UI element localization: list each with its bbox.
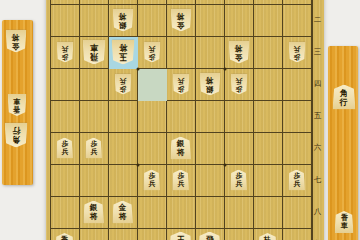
square-4b[interactable] bbox=[196, 5, 225, 37]
star-point bbox=[137, 68, 140, 71]
piece-kanji: 金 bbox=[12, 41, 20, 50]
rank-labels: 一二三四五六七八九 bbox=[312, 0, 323, 240]
piece-gote-gold-5b[interactable]: 金将 bbox=[170, 9, 191, 32]
rank-label-5: 五 bbox=[312, 112, 323, 120]
square-8e[interactable] bbox=[80, 101, 109, 133]
piece-kanji: 玉 bbox=[118, 52, 126, 61]
rank-label-4: 四 bbox=[312, 80, 323, 88]
piece-kanji: 車 bbox=[89, 43, 97, 52]
square-9e[interactable] bbox=[51, 101, 80, 133]
piece-kanji: 兵 bbox=[119, 77, 126, 85]
square-4h[interactable] bbox=[196, 197, 225, 229]
square-7f[interactable] bbox=[109, 133, 138, 165]
piece-kanji: 将 bbox=[177, 148, 185, 157]
square-2e[interactable] bbox=[254, 101, 283, 133]
piece-kanji: 兵 bbox=[293, 180, 300, 188]
piece-kanji: 玉 bbox=[176, 235, 184, 240]
square-7i[interactable] bbox=[109, 229, 138, 240]
piece-kanji: 将 bbox=[12, 33, 20, 42]
piece-kanji: 将 bbox=[119, 212, 127, 221]
piece-kanji: 将 bbox=[177, 12, 185, 21]
piece-kanji: 香 bbox=[13, 105, 20, 113]
piece-gote-pawn-3d[interactable]: 歩兵 bbox=[230, 74, 247, 95]
piece-kanji: 歩 bbox=[148, 52, 155, 60]
piece-kanji: 兵 bbox=[61, 148, 68, 156]
piece-kanji: 兵 bbox=[90, 148, 97, 156]
piece-gote-pawn-6c[interactable]: 歩兵 bbox=[143, 42, 160, 63]
square-2h[interactable] bbox=[254, 197, 283, 229]
square-1h[interactable] bbox=[283, 197, 312, 229]
square-3i[interactable] bbox=[225, 229, 254, 240]
piece-kanji: 行 bbox=[12, 126, 20, 135]
piece-sente-silver-5f[interactable]: 銀将 bbox=[170, 137, 191, 160]
shogi-app: 一二三四五六七八九 桂馬香車銀将金将歩兵飛車玉将歩兵金将歩兵歩兵歩兵銀将歩兵歩兵… bbox=[0, 0, 360, 240]
star-point bbox=[224, 164, 227, 167]
square-4g[interactable] bbox=[196, 165, 225, 197]
sente-captured-stand bbox=[328, 46, 358, 240]
piece-gote-pawn-9c[interactable]: 歩兵 bbox=[56, 42, 73, 63]
piece-kanji: 銀 bbox=[206, 84, 214, 93]
piece-kanji: 兵 bbox=[235, 77, 242, 85]
square-8b[interactable] bbox=[80, 5, 109, 37]
piece-sente-gold-7h[interactable]: 金将 bbox=[112, 201, 133, 224]
piece-kanji: 車 bbox=[340, 222, 347, 230]
square-8i[interactable] bbox=[80, 229, 109, 240]
square-3e[interactable] bbox=[225, 101, 254, 133]
piece-sente-pawn-1g[interactable]: 歩兵 bbox=[288, 170, 305, 191]
piece-kanji: 歩 bbox=[235, 84, 242, 92]
square-1e[interactable] bbox=[283, 101, 312, 133]
piece-sente-bishop-inhand[interactable]: 角行 bbox=[333, 85, 356, 110]
square-3b[interactable] bbox=[225, 5, 254, 37]
piece-kanji: 歩 bbox=[293, 52, 300, 60]
square-1i[interactable] bbox=[283, 229, 312, 240]
square-3h[interactable] bbox=[225, 197, 254, 229]
rank-label-7: 七 bbox=[312, 176, 323, 184]
square-5c[interactable] bbox=[167, 37, 196, 69]
piece-kanji: 将 bbox=[119, 12, 127, 21]
piece-sente-pawn-8f[interactable]: 歩兵 bbox=[85, 138, 102, 159]
square-9d[interactable] bbox=[51, 69, 80, 101]
piece-gote-lance-inhand[interactable]: 香車 bbox=[8, 94, 27, 116]
piece-gote-silver-4d[interactable]: 銀将 bbox=[199, 73, 220, 96]
piece-kanji: 兵 bbox=[148, 180, 155, 188]
star-point bbox=[224, 68, 227, 71]
piece-gote-pawn-7d[interactable]: 歩兵 bbox=[114, 74, 131, 95]
piece-kanji: 飛 bbox=[89, 52, 97, 61]
piece-kanji: 将 bbox=[118, 43, 126, 52]
square-6f[interactable] bbox=[138, 133, 167, 165]
square-8g[interactable] bbox=[80, 165, 109, 197]
square-9h[interactable] bbox=[51, 197, 80, 229]
square-2f[interactable] bbox=[254, 133, 283, 165]
piece-kanji: 兵 bbox=[177, 180, 184, 188]
piece-kanji: 飛 bbox=[205, 235, 213, 240]
piece-gote-bishop-inhand[interactable]: 角行 bbox=[5, 123, 28, 148]
square-5h[interactable] bbox=[167, 197, 196, 229]
piece-sente-lance-inhand[interactable]: 香車 bbox=[335, 211, 354, 233]
piece-kanji: 金 bbox=[177, 20, 185, 29]
square-3f[interactable] bbox=[225, 133, 254, 165]
square-6h[interactable] bbox=[138, 197, 167, 229]
square-6d[interactable] bbox=[138, 69, 167, 101]
piece-kanji: 兵 bbox=[293, 45, 300, 53]
square-6e[interactable] bbox=[138, 101, 167, 133]
piece-kanji: 兵 bbox=[235, 180, 242, 188]
piece-kanji: 行 bbox=[340, 97, 348, 106]
square-9b[interactable] bbox=[51, 5, 80, 37]
square-8d[interactable] bbox=[80, 69, 109, 101]
piece-kanji: 歩 bbox=[119, 84, 126, 92]
rank-label-3: 三 bbox=[312, 48, 323, 56]
piece-sente-silver-8h[interactable]: 銀将 bbox=[83, 201, 104, 224]
rank-label-2: 二 bbox=[312, 16, 323, 24]
square-1b[interactable] bbox=[283, 5, 312, 37]
piece-gote-pawn-5d[interactable]: 歩兵 bbox=[172, 74, 189, 95]
square-4c[interactable] bbox=[196, 37, 225, 69]
piece-kanji: 将 bbox=[90, 212, 98, 221]
square-2b[interactable] bbox=[254, 5, 283, 37]
piece-kanji: 金 bbox=[235, 52, 243, 61]
square-5e[interactable] bbox=[167, 101, 196, 133]
square-9g[interactable] bbox=[51, 165, 80, 197]
piece-kanji: 香 bbox=[61, 236, 68, 240]
square-1f[interactable] bbox=[283, 133, 312, 165]
piece-gote-rook-8c[interactable]: 飛車 bbox=[82, 40, 105, 65]
piece-kanji: 角 bbox=[12, 135, 20, 144]
piece-gote-king-7c[interactable]: 玉将 bbox=[111, 40, 134, 65]
square-6i[interactable] bbox=[138, 229, 167, 240]
square-1d[interactable] bbox=[283, 69, 312, 101]
piece-sente-pawn-3g[interactable]: 歩兵 bbox=[230, 170, 247, 191]
piece-kanji: 銀 bbox=[119, 20, 127, 29]
square-7g[interactable] bbox=[109, 165, 138, 197]
piece-kanji: 桂 bbox=[264, 236, 271, 240]
piece-kanji: 兵 bbox=[61, 45, 68, 53]
square-2g[interactable] bbox=[254, 165, 283, 197]
piece-gote-gold-3c[interactable]: 金将 bbox=[228, 41, 249, 64]
piece-gote-silver-7b[interactable]: 銀将 bbox=[112, 9, 133, 32]
rank-label-6: 六 bbox=[312, 144, 323, 152]
piece-kanji: 兵 bbox=[148, 45, 155, 53]
piece-kanji: 将 bbox=[206, 76, 214, 85]
piece-kanji: 車 bbox=[13, 97, 20, 105]
square-2d[interactable] bbox=[254, 69, 283, 101]
piece-kanji: 将 bbox=[235, 44, 243, 53]
square-4f[interactable] bbox=[196, 133, 225, 165]
piece-kanji: 歩 bbox=[177, 84, 184, 92]
square-2c[interactable] bbox=[254, 37, 283, 69]
star-point bbox=[137, 164, 140, 167]
square-4e[interactable] bbox=[196, 101, 225, 133]
piece-kanji: 兵 bbox=[177, 77, 184, 85]
piece-sente-pawn-6g[interactable]: 歩兵 bbox=[143, 170, 160, 191]
piece-sente-pawn-9f[interactable]: 歩兵 bbox=[56, 138, 73, 159]
square-6b[interactable] bbox=[138, 5, 167, 37]
square-7e[interactable] bbox=[109, 101, 138, 133]
piece-kanji: 歩 bbox=[61, 52, 68, 60]
piece-gote-gold-inhand[interactable]: 金将 bbox=[6, 30, 27, 53]
rank-label-8: 八 bbox=[312, 208, 323, 216]
piece-sente-pawn-5g[interactable]: 歩兵 bbox=[172, 170, 189, 191]
